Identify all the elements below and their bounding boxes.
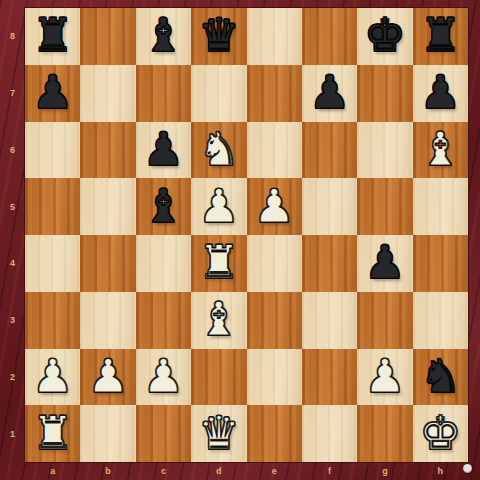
- square-c8[interactable]: ♝: [136, 8, 191, 65]
- piece-black-knight[interactable]: ♞: [420, 353, 461, 399]
- rank-label-4: 4: [0, 235, 25, 292]
- square-e3[interactable]: [247, 292, 302, 349]
- square-b8[interactable]: [80, 8, 135, 65]
- piece-black-queen[interactable]: ♛: [198, 12, 239, 58]
- square-a7[interactable]: ♟: [25, 65, 80, 122]
- square-a5[interactable]: [25, 178, 80, 235]
- rank-label-3: 3: [0, 292, 25, 349]
- square-d3[interactable]: ♝: [191, 292, 246, 349]
- square-b6[interactable]: [80, 122, 135, 179]
- square-f6[interactable]: [302, 122, 357, 179]
- square-c3[interactable]: [136, 292, 191, 349]
- square-a1[interactable]: ♜: [25, 405, 80, 462]
- square-h1[interactable]: ♚: [413, 405, 468, 462]
- rank-label-6: 6: [0, 122, 25, 179]
- square-g3[interactable]: [357, 292, 412, 349]
- square-d7[interactable]: [191, 65, 246, 122]
- square-b5[interactable]: [80, 178, 135, 235]
- file-label-c: c: [136, 462, 191, 480]
- piece-black-bishop[interactable]: ♝: [143, 183, 184, 229]
- square-d2[interactable]: [191, 349, 246, 406]
- square-f4[interactable]: [302, 235, 357, 292]
- piece-black-bishop[interactable]: ♝: [143, 12, 184, 58]
- square-a8[interactable]: ♜: [25, 8, 80, 65]
- square-d4[interactable]: ♜: [191, 235, 246, 292]
- square-e7[interactable]: [247, 65, 302, 122]
- piece-white-bishop[interactable]: ♝: [198, 296, 239, 342]
- rank-labels: 87654321: [0, 8, 25, 462]
- square-g7[interactable]: [357, 65, 412, 122]
- square-f8[interactable]: [302, 8, 357, 65]
- square-g1[interactable]: [357, 405, 412, 462]
- square-d5[interactable]: ♟: [191, 178, 246, 235]
- square-h4[interactable]: [413, 235, 468, 292]
- piece-white-pawn[interactable]: ♟: [32, 353, 73, 399]
- square-c1[interactable]: [136, 405, 191, 462]
- piece-white-pawn[interactable]: ♟: [143, 353, 184, 399]
- square-a4[interactable]: [25, 235, 80, 292]
- square-f2[interactable]: [302, 349, 357, 406]
- piece-black-pawn[interactable]: ♟: [364, 239, 405, 285]
- rank-label-2: 2: [0, 349, 25, 406]
- piece-white-pawn[interactable]: ♟: [364, 353, 405, 399]
- square-c7[interactable]: [136, 65, 191, 122]
- piece-white-knight[interactable]: ♞: [198, 126, 239, 172]
- rank-label-1: 1: [0, 405, 25, 462]
- square-h8[interactable]: ♜: [413, 8, 468, 65]
- square-g8[interactable]: ♚: [357, 8, 412, 65]
- piece-black-pawn[interactable]: ♟: [143, 126, 184, 172]
- square-g4[interactable]: ♟: [357, 235, 412, 292]
- piece-black-rook[interactable]: ♜: [420, 12, 461, 58]
- piece-white-pawn[interactable]: ♟: [198, 183, 239, 229]
- file-label-a: a: [25, 462, 80, 480]
- square-e2[interactable]: [247, 349, 302, 406]
- piece-white-king[interactable]: ♚: [420, 410, 461, 456]
- square-b3[interactable]: [80, 292, 135, 349]
- piece-white-rook[interactable]: ♜: [198, 239, 239, 285]
- square-g6[interactable]: [357, 122, 412, 179]
- file-label-h: h: [413, 462, 468, 480]
- piece-black-rook[interactable]: ♜: [32, 12, 73, 58]
- side-to-move-indicator: [463, 464, 472, 473]
- square-b2[interactable]: ♟: [80, 349, 135, 406]
- square-a2[interactable]: ♟: [25, 349, 80, 406]
- square-b7[interactable]: [80, 65, 135, 122]
- square-h3[interactable]: [413, 292, 468, 349]
- square-h7[interactable]: ♟: [413, 65, 468, 122]
- square-b4[interactable]: [80, 235, 135, 292]
- piece-white-rook[interactable]: ♜: [32, 410, 73, 456]
- square-c2[interactable]: ♟: [136, 349, 191, 406]
- square-h5[interactable]: [413, 178, 468, 235]
- square-d1[interactable]: ♛: [191, 405, 246, 462]
- square-f1[interactable]: [302, 405, 357, 462]
- square-e6[interactable]: [247, 122, 302, 179]
- square-f3[interactable]: [302, 292, 357, 349]
- square-e8[interactable]: [247, 8, 302, 65]
- piece-white-pawn[interactable]: ♟: [87, 353, 128, 399]
- piece-black-pawn[interactable]: ♟: [32, 69, 73, 115]
- square-a3[interactable]: [25, 292, 80, 349]
- square-f5[interactable]: [302, 178, 357, 235]
- square-b1[interactable]: [80, 405, 135, 462]
- square-e1[interactable]: [247, 405, 302, 462]
- piece-black-pawn[interactable]: ♟: [309, 69, 350, 115]
- rank-label-5: 5: [0, 178, 25, 235]
- square-g2[interactable]: ♟: [357, 349, 412, 406]
- square-c4[interactable]: [136, 235, 191, 292]
- file-label-b: b: [80, 462, 135, 480]
- file-label-g: g: [357, 462, 412, 480]
- piece-white-bishop[interactable]: ♝: [420, 126, 461, 172]
- square-h2[interactable]: ♞: [413, 349, 468, 406]
- rank-label-7: 7: [0, 65, 25, 122]
- piece-black-king[interactable]: ♚: [364, 12, 405, 58]
- square-e5[interactable]: ♟: [247, 178, 302, 235]
- rank-label-8: 8: [0, 8, 25, 65]
- square-h6[interactable]: ♝: [413, 122, 468, 179]
- file-label-d: d: [191, 462, 246, 480]
- piece-white-queen[interactable]: ♛: [198, 410, 239, 456]
- square-c5[interactable]: ♝: [136, 178, 191, 235]
- square-d8[interactable]: ♛: [191, 8, 246, 65]
- square-f7[interactable]: ♟: [302, 65, 357, 122]
- square-a6[interactable]: [25, 122, 80, 179]
- file-label-e: e: [247, 462, 302, 480]
- square-d6[interactable]: ♞: [191, 122, 246, 179]
- file-labels: abcdefgh: [25, 462, 468, 480]
- square-g5[interactable]: [357, 178, 412, 235]
- square-c6[interactable]: ♟: [136, 122, 191, 179]
- square-e4[interactable]: [247, 235, 302, 292]
- chess-board: ♜♝♛♚♜♟♟♟♟♞♝♝♟♟♜♟♝♟♟♟♟♞♜♛♚: [25, 8, 468, 462]
- piece-black-pawn[interactable]: ♟: [420, 69, 461, 115]
- file-label-f: f: [302, 462, 357, 480]
- piece-white-pawn[interactable]: ♟: [254, 183, 295, 229]
